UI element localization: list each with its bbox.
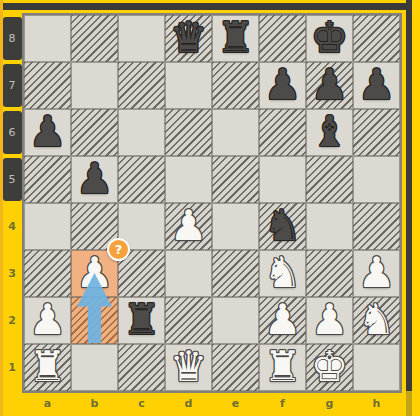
square-f3[interactable]: ♞ (259, 250, 306, 297)
piece-black-bishop-g6[interactable]: ♝ (306, 109, 353, 156)
square-g7[interactable]: ♟ (306, 62, 353, 109)
file-label-b: b (71, 391, 118, 416)
rank-label-8: 8 (0, 15, 24, 62)
piece-black-king-g8[interactable]: ♚ (306, 15, 353, 62)
square-h8[interactable] (353, 15, 400, 62)
square-c1[interactable] (118, 344, 165, 391)
square-b8[interactable] (71, 15, 118, 62)
square-f7[interactable]: ♟ (259, 62, 306, 109)
square-g8[interactable]: ♚ (306, 15, 353, 62)
square-d1[interactable]: ♛ (165, 344, 212, 391)
square-b5[interactable]: ♟ (71, 156, 118, 203)
square-b7[interactable] (71, 62, 118, 109)
square-e4[interactable] (212, 203, 259, 250)
piece-white-queen-d1[interactable]: ♛ (165, 344, 212, 391)
square-e3[interactable] (212, 250, 259, 297)
file-label-g: g (306, 391, 353, 416)
square-c2[interactable]: ♜ (118, 297, 165, 344)
square-e2[interactable] (212, 297, 259, 344)
square-c5[interactable] (118, 156, 165, 203)
piece-white-pawn-g2[interactable]: ♟ (306, 297, 353, 344)
rank-label-3: 3 (0, 250, 24, 297)
square-h2[interactable]: ♞ (353, 297, 400, 344)
square-a8[interactable] (24, 15, 71, 62)
rank-label-6: 6 (0, 109, 24, 156)
piece-black-pawn-g7[interactable]: ♟ (306, 62, 353, 109)
mistake-badge-text: ? (115, 242, 123, 257)
square-f8[interactable] (259, 15, 306, 62)
file-label-e: e (212, 391, 259, 416)
square-c6[interactable] (118, 109, 165, 156)
square-g5[interactable] (306, 156, 353, 203)
square-f2[interactable]: ♟ (259, 297, 306, 344)
square-h1[interactable] (353, 344, 400, 391)
square-a4[interactable] (24, 203, 71, 250)
square-h4[interactable] (353, 203, 400, 250)
piece-black-pawn-a6[interactable]: ♟ (24, 109, 71, 156)
piece-white-rook-a1[interactable]: ♜ (24, 344, 71, 391)
frame-right-dark-band-shadow (406, 391, 412, 416)
file-label-h: h (353, 391, 400, 416)
square-a5[interactable] (24, 156, 71, 203)
square-b1[interactable] (71, 344, 118, 391)
chess-board-widget: 87654321 ♛♜♚♟♟♟♟♝♟♟♞♟♞♟♟♜♟♟♞♜♛♜♚ abcdefg… (0, 0, 420, 416)
square-d8[interactable]: ♛ (165, 15, 212, 62)
square-b6[interactable] (71, 109, 118, 156)
square-e1[interactable] (212, 344, 259, 391)
square-c8[interactable] (118, 15, 165, 62)
square-d4[interactable]: ♟ (165, 203, 212, 250)
rank-label-4: 4 (0, 203, 24, 250)
piece-black-pawn-h7[interactable]: ♟ (353, 62, 400, 109)
square-h3[interactable]: ♟ (353, 250, 400, 297)
square-d5[interactable] (165, 156, 212, 203)
piece-white-knight-f3[interactable]: ♞ (259, 250, 306, 297)
square-f1[interactable]: ♜ (259, 344, 306, 391)
piece-white-pawn-f2[interactable]: ♟ (259, 297, 306, 344)
piece-black-rook-c2[interactable]: ♜ (118, 297, 165, 344)
square-h5[interactable] (353, 156, 400, 203)
square-e8[interactable]: ♜ (212, 15, 259, 62)
square-e7[interactable] (212, 62, 259, 109)
piece-white-rook-f1[interactable]: ♜ (259, 344, 306, 391)
square-a2[interactable]: ♟ (24, 297, 71, 344)
square-h7[interactable]: ♟ (353, 62, 400, 109)
piece-black-rook-e8[interactable]: ♜ (212, 15, 259, 62)
square-f4[interactable]: ♞ (259, 203, 306, 250)
square-g3[interactable] (306, 250, 353, 297)
square-e6[interactable] (212, 109, 259, 156)
chess-board: ♛♜♚♟♟♟♟♝♟♟♞♟♞♟♟♜♟♟♞♜♛♜♚ (24, 15, 400, 391)
square-h6[interactable] (353, 109, 400, 156)
square-e5[interactable] (212, 156, 259, 203)
frame-top-dark-band (3, 3, 406, 10)
square-d6[interactable] (165, 109, 212, 156)
square-g4[interactable] (306, 203, 353, 250)
frame-right-dark-band (406, 0, 412, 391)
mistake-badge: ? (107, 238, 130, 261)
file-label-d: d (165, 391, 212, 416)
file-label-f: f (259, 391, 306, 416)
square-d7[interactable] (165, 62, 212, 109)
file-label-c: c (118, 391, 165, 416)
file-label-a: a (24, 391, 71, 416)
piece-black-pawn-b5[interactable]: ♟ (71, 156, 118, 203)
rank-label-7: 7 (0, 62, 24, 109)
square-g2[interactable]: ♟ (306, 297, 353, 344)
piece-white-pawn-a2[interactable]: ♟ (24, 297, 71, 344)
square-d3[interactable] (165, 250, 212, 297)
square-a7[interactable] (24, 62, 71, 109)
square-a6[interactable]: ♟ (24, 109, 71, 156)
piece-black-queen-d8[interactable]: ♛ (165, 15, 212, 62)
piece-white-pawn-h3[interactable]: ♟ (353, 250, 400, 297)
piece-black-pawn-f7[interactable]: ♟ (259, 62, 306, 109)
rank-label-2: 2 (0, 297, 24, 344)
rank-label-5: 5 (0, 156, 24, 203)
square-g6[interactable]: ♝ (306, 109, 353, 156)
piece-white-knight-h2[interactable]: ♞ (353, 297, 400, 344)
square-a3[interactable] (24, 250, 71, 297)
square-c7[interactable] (118, 62, 165, 109)
square-d2[interactable] (165, 297, 212, 344)
piece-white-king-g1[interactable]: ♚ (306, 344, 353, 391)
square-f6[interactable] (259, 109, 306, 156)
square-g1[interactable]: ♚ (306, 344, 353, 391)
square-a1[interactable]: ♜ (24, 344, 71, 391)
square-f5[interactable] (259, 156, 306, 203)
rank-label-1: 1 (0, 344, 24, 391)
piece-white-pawn-d4[interactable]: ♟ (165, 203, 212, 250)
piece-black-knight-f4[interactable]: ♞ (259, 203, 306, 250)
